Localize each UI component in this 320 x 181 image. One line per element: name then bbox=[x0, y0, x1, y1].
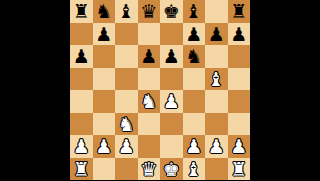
square-f2[interactable]: ♟ bbox=[183, 135, 206, 158]
square-b3[interactable] bbox=[93, 113, 116, 136]
square-b5[interactable] bbox=[93, 68, 116, 91]
square-a1[interactable]: ♜ bbox=[70, 158, 93, 181]
square-g2[interactable]: ♟ bbox=[205, 135, 228, 158]
square-e6[interactable]: ♟ bbox=[160, 45, 183, 68]
square-a4[interactable] bbox=[70, 90, 93, 113]
white-pawn-h2: ♟ bbox=[230, 135, 247, 158]
square-d6[interactable]: ♟ bbox=[138, 45, 161, 68]
square-a7[interactable] bbox=[70, 23, 93, 46]
square-b4[interactable] bbox=[93, 90, 116, 113]
chess-board: ♜♞♝♛♚♝♜♟♟♟♟♟♟♟♞♝♞♟♞♟♟♟♟♟♟♜♛♚♝♜ bbox=[70, 0, 250, 180]
square-d8[interactable]: ♛ bbox=[138, 0, 161, 23]
square-f3[interactable] bbox=[183, 113, 206, 136]
square-b7[interactable]: ♟ bbox=[93, 23, 116, 46]
black-pawn-g7: ♟ bbox=[208, 22, 225, 45]
square-e5[interactable] bbox=[160, 68, 183, 91]
square-d2[interactable] bbox=[138, 135, 161, 158]
black-pawn-h7: ♟ bbox=[230, 22, 247, 45]
square-c1[interactable] bbox=[115, 158, 138, 181]
white-bishop-f1: ♝ bbox=[185, 157, 202, 180]
square-b2[interactable]: ♟ bbox=[93, 135, 116, 158]
square-d7[interactable] bbox=[138, 23, 161, 46]
white-queen-d1: ♛ bbox=[140, 157, 157, 180]
square-h6[interactable] bbox=[228, 45, 251, 68]
square-e3[interactable] bbox=[160, 113, 183, 136]
white-pawn-e4: ♟ bbox=[163, 90, 180, 113]
square-b6[interactable] bbox=[93, 45, 116, 68]
square-d5[interactable] bbox=[138, 68, 161, 91]
square-e2[interactable] bbox=[160, 135, 183, 158]
square-h3[interactable] bbox=[228, 113, 251, 136]
black-queen-d8: ♛ bbox=[140, 0, 157, 22]
square-h8[interactable]: ♜ bbox=[228, 0, 251, 23]
square-a5[interactable] bbox=[70, 68, 93, 91]
square-a2[interactable]: ♟ bbox=[70, 135, 93, 158]
white-knight-d4: ♞ bbox=[140, 90, 157, 113]
white-pawn-c2: ♟ bbox=[118, 135, 135, 158]
white-pawn-f2: ♟ bbox=[185, 135, 202, 158]
square-g6[interactable] bbox=[205, 45, 228, 68]
square-g1[interactable] bbox=[205, 158, 228, 181]
square-c4[interactable] bbox=[115, 90, 138, 113]
square-b1[interactable] bbox=[93, 158, 116, 181]
square-f6[interactable]: ♞ bbox=[183, 45, 206, 68]
square-h7[interactable]: ♟ bbox=[228, 23, 251, 46]
white-pawn-g2: ♟ bbox=[208, 135, 225, 158]
square-e4[interactable]: ♟ bbox=[160, 90, 183, 113]
square-c2[interactable]: ♟ bbox=[115, 135, 138, 158]
square-a6[interactable]: ♟ bbox=[70, 45, 93, 68]
black-king-e8: ♚ bbox=[163, 0, 180, 22]
black-pawn-d6: ♟ bbox=[140, 45, 157, 68]
square-g4[interactable] bbox=[205, 90, 228, 113]
square-g7[interactable]: ♟ bbox=[205, 23, 228, 46]
white-king-e1: ♚ bbox=[163, 157, 180, 180]
square-h2[interactable]: ♟ bbox=[228, 135, 251, 158]
black-rook-h8: ♜ bbox=[230, 0, 247, 22]
square-e7[interactable] bbox=[160, 23, 183, 46]
black-pawn-e6: ♟ bbox=[163, 45, 180, 68]
square-a3[interactable] bbox=[70, 113, 93, 136]
black-knight-b8: ♞ bbox=[95, 0, 112, 22]
white-pawn-b2: ♟ bbox=[95, 135, 112, 158]
white-pawn-a2: ♟ bbox=[73, 135, 90, 158]
square-h1[interactable]: ♜ bbox=[228, 158, 251, 181]
white-knight-c3: ♞ bbox=[118, 112, 135, 135]
square-d1[interactable]: ♛ bbox=[138, 158, 161, 181]
black-pawn-a6: ♟ bbox=[73, 45, 90, 68]
white-rook-h1: ♜ bbox=[230, 157, 247, 180]
square-c8[interactable]: ♝ bbox=[115, 0, 138, 23]
square-g8[interactable] bbox=[205, 0, 228, 23]
square-c5[interactable] bbox=[115, 68, 138, 91]
black-pawn-b7: ♟ bbox=[95, 22, 112, 45]
square-e1[interactable]: ♚ bbox=[160, 158, 183, 181]
square-a8[interactable]: ♜ bbox=[70, 0, 93, 23]
black-rook-a8: ♜ bbox=[73, 0, 90, 22]
square-f5[interactable] bbox=[183, 68, 206, 91]
square-c6[interactable] bbox=[115, 45, 138, 68]
square-f7[interactable]: ♟ bbox=[183, 23, 206, 46]
square-h5[interactable] bbox=[228, 68, 251, 91]
square-c7[interactable] bbox=[115, 23, 138, 46]
square-g5[interactable]: ♝ bbox=[205, 68, 228, 91]
white-bishop-g5: ♝ bbox=[208, 67, 225, 90]
black-knight-f6: ♞ bbox=[185, 45, 202, 68]
square-f1[interactable]: ♝ bbox=[183, 158, 206, 181]
square-b8[interactable]: ♞ bbox=[93, 0, 116, 23]
black-bishop-c8: ♝ bbox=[118, 0, 135, 22]
square-e8[interactable]: ♚ bbox=[160, 0, 183, 23]
letterbox-background: ♜♞♝♛♚♝♜♟♟♟♟♟♟♟♞♝♞♟♞♟♟♟♟♟♟♜♛♚♝♜ bbox=[0, 0, 320, 180]
square-d4[interactable]: ♞ bbox=[138, 90, 161, 113]
black-bishop-f8: ♝ bbox=[185, 0, 202, 22]
square-d3[interactable] bbox=[138, 113, 161, 136]
square-f8[interactable]: ♝ bbox=[183, 0, 206, 23]
square-h4[interactable] bbox=[228, 90, 251, 113]
square-g3[interactable] bbox=[205, 113, 228, 136]
white-rook-a1: ♜ bbox=[73, 157, 90, 180]
square-c3[interactable]: ♞ bbox=[115, 113, 138, 136]
black-pawn-f7: ♟ bbox=[185, 22, 202, 45]
square-f4[interactable] bbox=[183, 90, 206, 113]
